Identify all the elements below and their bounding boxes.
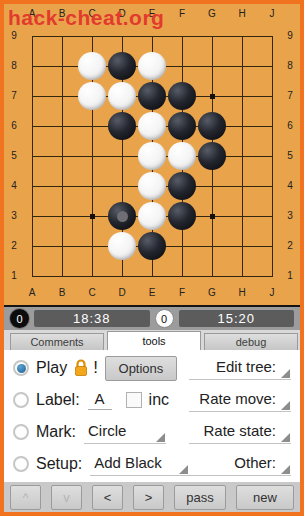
play-exclamation: !: [93, 358, 98, 378]
coord-label-left: 7: [6, 90, 22, 101]
coord-label-left: 5: [6, 150, 22, 161]
clock-bar: 0 18:38 0 15:20: [4, 305, 300, 330]
nav-bar: ^ v < > pass new: [4, 482, 300, 512]
pass-button[interactable]: pass: [174, 485, 226, 510]
coord-label-bottom: C: [84, 287, 100, 298]
stone-black-F6: [168, 112, 196, 140]
coord-label-bottom: A: [24, 287, 40, 298]
app-window: hack-cheat.org AA99BB88CC77DD66EE55FF44G…: [0, 0, 304, 516]
stone-black-F3: [168, 202, 196, 230]
coord-label-bottom: G: [204, 287, 220, 298]
coord-label-left: 3: [6, 210, 22, 221]
coord-label-right: 7: [282, 90, 298, 101]
tab-tools[interactable]: tools: [107, 331, 201, 350]
coord-label-left: 2: [6, 240, 22, 251]
hoshi-point: [210, 94, 215, 99]
variation-up-button[interactable]: ^: [10, 485, 41, 510]
coord-label-right: 1: [282, 270, 298, 281]
edit-tree-spinner[interactable]: Edit tree:: [189, 356, 291, 380]
coord-label-bottom: D: [114, 287, 130, 298]
coord-label-right: 6: [282, 120, 298, 131]
go-board[interactable]: hack-cheat.org AA99BB88CC77DD66EE55FF44G…: [4, 4, 300, 305]
prev-move-button[interactable]: <: [92, 485, 123, 510]
grid-line-vertical: [272, 36, 273, 277]
coord-label-left: 1: [6, 270, 22, 281]
stone-white-E4: [138, 172, 166, 200]
grid-line-vertical: [242, 36, 243, 277]
setup-row: Setup: Add Black Other:: [4, 448, 300, 480]
setup-label: Setup:: [36, 455, 82, 473]
coord-label-right: 4: [282, 180, 298, 191]
lock-icon: [73, 359, 89, 377]
black-clock: 18:38: [34, 310, 150, 327]
stone-white-E5: [138, 142, 166, 170]
stone-black-E2: [138, 232, 166, 260]
label-label: Label:: [36, 391, 80, 409]
coord-label-left: 9: [6, 30, 22, 41]
hoshi-point: [210, 214, 215, 219]
coord-label-right: 9: [282, 30, 298, 41]
coord-label-right: 5: [282, 150, 298, 161]
stone-white-F5: [168, 142, 196, 170]
white-clock: 15:20: [179, 310, 295, 327]
new-game-button[interactable]: new: [236, 485, 294, 510]
tab-comments[interactable]: Comments: [10, 333, 104, 350]
coord-label-right: 8: [282, 60, 298, 71]
stone-black-F4: [168, 172, 196, 200]
stone-white-C7: [78, 82, 106, 110]
inc-checkbox[interactable]: [126, 392, 142, 408]
tab-debug[interactable]: debug: [204, 333, 298, 350]
black-captures-badge: 0: [10, 309, 29, 328]
coord-label-top: J: [264, 8, 280, 19]
options-button[interactable]: Options: [105, 356, 178, 381]
watermark: hack-cheat.org: [8, 6, 164, 30]
other-spinner[interactable]: Other:: [189, 452, 291, 476]
rate-move-spinner[interactable]: Rate move:: [189, 388, 291, 412]
play-label: Play: [36, 359, 67, 377]
next-move-button[interactable]: >: [133, 485, 164, 510]
coord-label-left: 6: [6, 120, 22, 131]
coord-label-top: G: [204, 8, 220, 19]
stone-white-E3: [138, 202, 166, 230]
label-radio[interactable]: [13, 392, 29, 408]
setup-spinner[interactable]: Add Black: [90, 452, 189, 476]
coord-label-right: 2: [282, 240, 298, 251]
coord-label-left: 4: [6, 180, 22, 191]
play-row: Play ! Options Edit tree:: [4, 352, 300, 384]
stone-black-D3: [108, 202, 136, 230]
stone-black-D6: [108, 112, 136, 140]
play-radio[interactable]: [13, 360, 29, 376]
stone-white-C8: [78, 52, 106, 80]
stone-black-G5: [198, 142, 226, 170]
mark-label: Mark:: [36, 423, 76, 441]
coord-label-top: F: [174, 8, 190, 19]
coord-label-bottom: H: [234, 287, 250, 298]
coord-label-bottom: F: [174, 287, 190, 298]
stone-white-D2: [108, 232, 136, 260]
coord-label-right: 3: [282, 210, 298, 221]
label-row: Label: A inc Rate move:: [4, 384, 300, 416]
label-value-field[interactable]: A: [88, 390, 112, 410]
coord-label-bottom: J: [264, 287, 280, 298]
grid-line-horizontal: [32, 276, 273, 277]
inc-label: inc: [149, 391, 169, 409]
mark-radio[interactable]: [13, 424, 29, 440]
tab-bar: Comments tools debug: [4, 330, 300, 350]
white-captures-badge: 0: [155, 309, 174, 328]
coord-label-top: H: [234, 8, 250, 19]
mark-spinner[interactable]: Circle: [84, 420, 166, 444]
rate-state-spinner[interactable]: Rate state:: [189, 420, 291, 444]
stone-black-E7: [138, 82, 166, 110]
mark-row: Mark: Circle Rate state:: [4, 416, 300, 448]
stone-white-D7: [108, 82, 136, 110]
tools-panel: Play ! Options Edit tree: Label: A inc R…: [4, 350, 300, 482]
stone-white-E8: [138, 52, 166, 80]
coord-label-left: 8: [6, 60, 22, 71]
stone-black-D8: [108, 52, 136, 80]
last-move-marker: [117, 211, 128, 222]
coord-label-bottom: B: [54, 287, 70, 298]
setup-radio[interactable]: [13, 456, 29, 472]
variation-down-button[interactable]: v: [51, 485, 82, 510]
coord-label-bottom: E: [144, 287, 160, 298]
stone-black-F7: [168, 82, 196, 110]
stone-black-G6: [198, 112, 226, 140]
hoshi-point: [90, 214, 95, 219]
stone-white-E6: [138, 112, 166, 140]
